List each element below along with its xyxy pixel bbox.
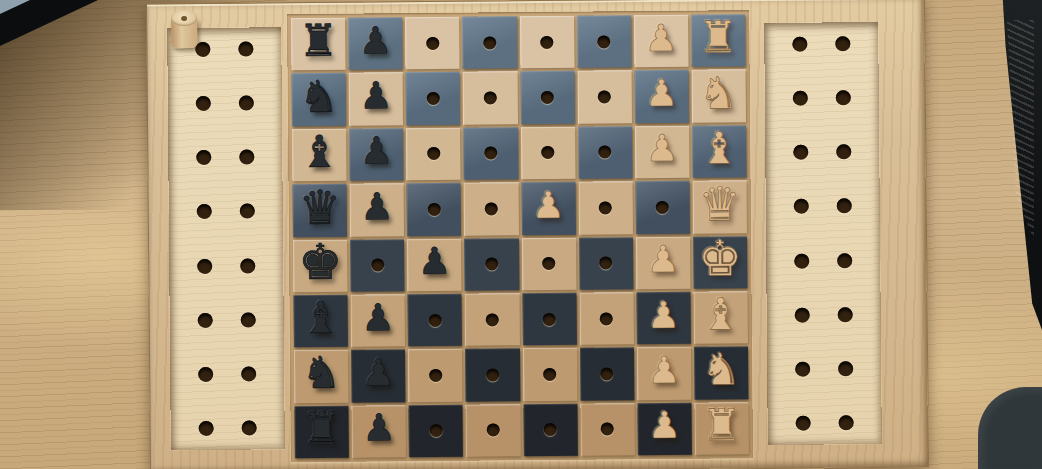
piece-bP[interactable]: ♟ bbox=[361, 299, 394, 336]
tray-row bbox=[169, 204, 283, 220]
square-r3c5[interactable] bbox=[521, 126, 576, 179]
peg-hole bbox=[598, 90, 611, 103]
square-r4c8[interactable]: ♛ bbox=[692, 180, 747, 233]
peg-hole bbox=[541, 91, 554, 104]
square-r7c1[interactable]: ♞ bbox=[294, 350, 349, 403]
square-r6c6[interactable] bbox=[579, 292, 634, 345]
square-r4c7[interactable] bbox=[635, 181, 690, 234]
piece-bP[interactable]: ♟ bbox=[362, 410, 395, 447]
tray-hole bbox=[240, 258, 255, 273]
tray-hole bbox=[239, 150, 254, 165]
chess-board: ♜♟♟♜♞♟♟♞♝♟♟♝♛♟♟♛♚♟♟♚♝♟♟♝♞♟♟♞♜♟♟♜ bbox=[287, 10, 753, 462]
square-r7c7[interactable]: ♟ bbox=[637, 347, 692, 400]
square-r2c5[interactable] bbox=[520, 71, 575, 124]
square-r1c4[interactable] bbox=[462, 16, 517, 69]
tray-hole bbox=[839, 415, 854, 430]
square-r4c3[interactable] bbox=[407, 183, 462, 236]
square-r5c6[interactable] bbox=[579, 237, 634, 290]
tray-hole bbox=[793, 145, 808, 160]
square-r1c2[interactable]: ♟ bbox=[348, 17, 403, 70]
peg-hole bbox=[541, 146, 554, 159]
peg-hole bbox=[428, 203, 441, 216]
tray-hole bbox=[794, 199, 809, 214]
peg-hole bbox=[543, 312, 556, 325]
tray-hole bbox=[837, 199, 852, 214]
tray-row bbox=[168, 95, 282, 111]
piece-bQ[interactable]: ♛ bbox=[299, 184, 342, 231]
square-r2c6[interactable] bbox=[577, 71, 632, 124]
peg-hole bbox=[544, 423, 557, 436]
square-r2c2[interactable]: ♟ bbox=[349, 73, 404, 126]
square-r8c5[interactable] bbox=[523, 403, 578, 456]
piece-wP[interactable]: ♟ bbox=[644, 19, 677, 56]
peg-hole bbox=[484, 91, 497, 104]
peg-hole bbox=[486, 313, 499, 326]
peg-hole bbox=[428, 313, 441, 326]
square-r7c3[interactable] bbox=[408, 349, 463, 402]
chess-box: ♜♟♟♜♞♟♟♞♝♟♟♝♛♟♟♛♚♟♟♚♝♟♟♝♞♟♟♞♜♟♟♜ bbox=[146, 0, 929, 469]
piece-wP[interactable]: ♟ bbox=[647, 352, 680, 389]
tray-row bbox=[170, 312, 284, 328]
peg-hole bbox=[427, 147, 440, 160]
peg-hole bbox=[483, 36, 496, 49]
peg-hole bbox=[429, 424, 442, 437]
square-r8c6[interactable] bbox=[580, 403, 635, 456]
piece-bP[interactable]: ♟ bbox=[360, 133, 393, 170]
square-r1c6[interactable] bbox=[577, 15, 632, 68]
tray-hole bbox=[198, 367, 213, 382]
piece-bP[interactable]: ♟ bbox=[360, 188, 393, 225]
tray-hole bbox=[835, 36, 850, 51]
peg-hole bbox=[427, 92, 440, 105]
piece-wP[interactable]: ♟ bbox=[645, 130, 678, 167]
tray-hole bbox=[796, 416, 811, 431]
piece-wR[interactable]: ♜ bbox=[698, 15, 738, 59]
peg-hole bbox=[485, 258, 498, 271]
square-r8c7[interactable]: ♟ bbox=[637, 402, 692, 455]
peg-hole bbox=[599, 201, 612, 214]
piece-wP[interactable]: ♟ bbox=[645, 75, 678, 112]
tray-hole bbox=[199, 421, 214, 436]
captured-tray-right bbox=[764, 22, 882, 445]
peg-hole bbox=[542, 257, 555, 270]
tray-hole bbox=[838, 307, 853, 322]
square-r6c4[interactable] bbox=[465, 293, 520, 346]
tray-hole bbox=[197, 258, 212, 273]
peg-hole bbox=[600, 312, 613, 325]
tray-hole bbox=[795, 361, 810, 376]
peg-hole bbox=[426, 37, 439, 50]
square-r7c4[interactable] bbox=[465, 348, 520, 401]
tray-row bbox=[767, 361, 881, 377]
square-r8c3[interactable] bbox=[409, 404, 464, 457]
square-r3c2[interactable]: ♟ bbox=[349, 128, 404, 181]
square-r5c4[interactable] bbox=[464, 238, 519, 291]
tray-row bbox=[171, 420, 285, 436]
peg-hole bbox=[600, 367, 613, 380]
square-r1c1[interactable]: ♜ bbox=[291, 18, 346, 71]
piece-bP[interactable]: ♟ bbox=[359, 22, 392, 59]
tray-hole bbox=[792, 37, 807, 52]
square-r5c7[interactable]: ♟ bbox=[636, 236, 691, 289]
peg-hole bbox=[540, 36, 553, 49]
laptop-edge bbox=[0, 0, 120, 60]
square-r8c2[interactable]: ♟ bbox=[352, 405, 407, 458]
square-r7c6[interactable] bbox=[580, 347, 635, 400]
peg-hole bbox=[484, 147, 497, 160]
piece-bB[interactable]: ♝ bbox=[299, 130, 339, 174]
piece-bR[interactable]: ♜ bbox=[302, 407, 342, 451]
square-r2c4[interactable] bbox=[463, 72, 518, 125]
square-r4c1[interactable]: ♛ bbox=[293, 184, 348, 237]
tray-hole bbox=[794, 253, 809, 268]
piece-wR[interactable]: ♜ bbox=[702, 403, 742, 447]
piece-wB[interactable]: ♝ bbox=[699, 126, 739, 170]
tray-row bbox=[765, 90, 879, 106]
captured-tray-left bbox=[167, 27, 285, 450]
piece-wP[interactable]: ♟ bbox=[648, 407, 681, 444]
piece-bP[interactable]: ♟ bbox=[362, 354, 395, 391]
tray-hole bbox=[793, 91, 808, 106]
piece-bN[interactable]: ♞ bbox=[299, 74, 339, 118]
square-r2c1[interactable]: ♞ bbox=[292, 73, 347, 126]
square-r5c3[interactable]: ♟ bbox=[407, 238, 462, 291]
tray-row bbox=[765, 144, 879, 160]
tray-hole bbox=[195, 42, 210, 57]
piece-wP[interactable]: ♟ bbox=[646, 241, 679, 278]
peg-hole bbox=[599, 257, 612, 270]
tray-hole bbox=[241, 312, 256, 327]
tray-hole bbox=[242, 420, 257, 435]
tray-hole bbox=[238, 41, 253, 56]
piece-bP[interactable]: ♟ bbox=[418, 243, 451, 280]
desk-mat-corner bbox=[978, 387, 1042, 469]
peg-hole bbox=[597, 35, 610, 48]
square-r3c6[interactable] bbox=[578, 126, 633, 179]
square-r7c5[interactable] bbox=[522, 348, 577, 401]
spare-peg[interactable] bbox=[171, 10, 197, 50]
peg-hole bbox=[487, 424, 500, 437]
tray-hole bbox=[836, 90, 851, 105]
square-r2c3[interactable] bbox=[406, 72, 461, 125]
tray-hole bbox=[240, 204, 255, 219]
peg-hole bbox=[429, 369, 442, 382]
square-r3c4[interactable] bbox=[463, 127, 518, 180]
square-r5c8[interactable]: ♚ bbox=[693, 236, 748, 289]
tray-row bbox=[766, 253, 880, 269]
peg-hole bbox=[598, 146, 611, 159]
tray-row bbox=[169, 258, 283, 274]
piece-wP[interactable]: ♟ bbox=[647, 296, 680, 333]
piece-bR[interactable]: ♜ bbox=[298, 19, 338, 63]
square-r5c1[interactable]: ♚ bbox=[293, 239, 348, 292]
tray-row bbox=[764, 36, 878, 52]
square-r4c4[interactable] bbox=[464, 182, 519, 235]
square-r8c1[interactable]: ♜ bbox=[294, 405, 349, 458]
piece-wB[interactable]: ♝ bbox=[701, 292, 741, 336]
square-r1c5[interactable] bbox=[520, 16, 575, 69]
square-r3c7[interactable]: ♟ bbox=[635, 125, 690, 178]
square-r8c4[interactable] bbox=[466, 404, 521, 457]
square-r6c7[interactable]: ♟ bbox=[636, 292, 691, 345]
tray-hole bbox=[838, 361, 853, 376]
square-r3c1[interactable]: ♝ bbox=[292, 128, 347, 181]
peg-hole bbox=[656, 201, 669, 214]
square-r6c2[interactable]: ♟ bbox=[351, 294, 406, 347]
tray-row bbox=[168, 150, 282, 166]
piece-wN[interactable]: ♞ bbox=[701, 348, 741, 392]
tray-row bbox=[170, 366, 284, 382]
square-r4c6[interactable] bbox=[578, 181, 633, 234]
square-r7c8[interactable]: ♞ bbox=[694, 346, 749, 399]
photo-scene: ♜♟♟♜♞♟♟♞♝♟♟♝♛♟♟♛♚♟♟♚♝♟♟♝♞♟♟♞♜♟♟♜ bbox=[0, 0, 1042, 469]
piece-bK[interactable]: ♚ bbox=[298, 238, 342, 287]
square-r4c5[interactable]: ♟ bbox=[521, 182, 576, 235]
tray-hole bbox=[795, 307, 810, 322]
square-r6c1[interactable]: ♝ bbox=[294, 295, 349, 348]
square-r1c8[interactable]: ♜ bbox=[691, 14, 746, 67]
tray-row bbox=[768, 415, 882, 431]
tray-row bbox=[767, 307, 881, 323]
square-r1c7[interactable]: ♟ bbox=[634, 15, 689, 68]
square-r5c2[interactable] bbox=[350, 239, 405, 292]
piece-bN[interactable]: ♞ bbox=[301, 351, 341, 395]
peg-hole bbox=[486, 368, 499, 381]
square-r4c2[interactable]: ♟ bbox=[350, 183, 405, 236]
square-r6c5[interactable] bbox=[522, 293, 577, 346]
piece-wK[interactable]: ♚ bbox=[698, 234, 742, 283]
piece-wP[interactable]: ♟ bbox=[532, 187, 565, 224]
piece-bB[interactable]: ♝ bbox=[301, 296, 341, 340]
peg-hole bbox=[543, 368, 556, 381]
square-r6c3[interactable] bbox=[408, 294, 463, 347]
tray-hole bbox=[239, 96, 254, 111]
peg-hole bbox=[601, 423, 614, 436]
peg-hole bbox=[485, 202, 498, 215]
square-r1c3[interactable] bbox=[405, 17, 460, 70]
square-r3c8[interactable]: ♝ bbox=[692, 125, 747, 178]
tray-hole bbox=[196, 96, 211, 111]
square-r7c2[interactable]: ♟ bbox=[351, 349, 406, 402]
square-r6c8[interactable]: ♝ bbox=[693, 291, 748, 344]
tray-hole bbox=[836, 145, 851, 160]
square-r3c3[interactable] bbox=[406, 127, 461, 180]
tray-hole bbox=[241, 366, 256, 381]
tray-hole bbox=[198, 313, 213, 328]
tray-hole bbox=[196, 150, 211, 165]
tray-hole bbox=[197, 204, 212, 219]
piece-wQ[interactable]: ♛ bbox=[698, 180, 741, 227]
tray-hole bbox=[837, 253, 852, 268]
square-r2c7[interactable]: ♟ bbox=[634, 70, 689, 123]
square-r8c8[interactable]: ♜ bbox=[694, 402, 749, 455]
peg-hole bbox=[371, 259, 384, 272]
piece-bP[interactable]: ♟ bbox=[359, 77, 392, 114]
square-r2c8[interactable]: ♞ bbox=[691, 70, 746, 123]
piece-wN[interactable]: ♞ bbox=[699, 71, 739, 115]
tray-row bbox=[766, 198, 880, 214]
square-r5c5[interactable] bbox=[522, 237, 577, 290]
